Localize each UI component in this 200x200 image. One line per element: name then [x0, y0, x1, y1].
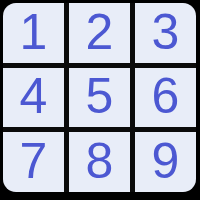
cell-r1c3[interactable]: 3 — [135, 3, 196, 63]
cell-value: 2 — [86, 7, 114, 57]
cell-r3c3[interactable]: 9 — [135, 132, 196, 192]
cell-r3c1[interactable]: 7 — [3, 132, 64, 192]
cell-value: 9 — [152, 136, 180, 186]
sudoku-board: 1 2 3 4 5 6 7 8 9 — [3, 3, 196, 192]
cell-value: 3 — [152, 7, 180, 57]
cell-r3c2[interactable]: 8 — [69, 132, 130, 192]
cell-value: 5 — [86, 71, 114, 121]
cell-r2c3[interactable]: 6 — [135, 68, 196, 128]
cell-r2c1[interactable]: 4 — [3, 68, 64, 128]
cell-r1c2[interactable]: 2 — [69, 3, 130, 63]
cell-r2c2[interactable]: 5 — [69, 68, 130, 128]
sudoku-icon-screen: 1 2 3 4 5 6 7 8 9 — [0, 0, 200, 200]
cell-value: 7 — [20, 136, 48, 186]
cell-value: 8 — [86, 136, 114, 186]
cell-r1c1[interactable]: 1 — [3, 3, 64, 63]
cell-value: 6 — [152, 71, 180, 121]
cell-value: 1 — [20, 7, 48, 57]
cell-value: 4 — [20, 71, 48, 121]
